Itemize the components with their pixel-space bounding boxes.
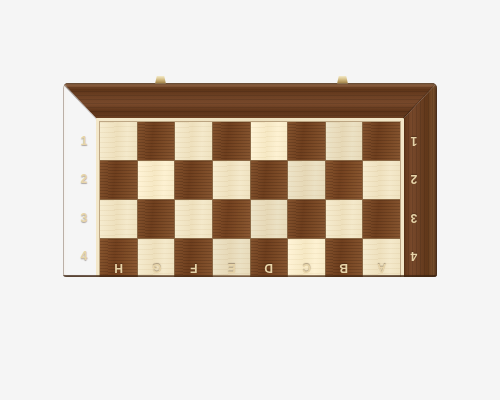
square-d1 <box>251 122 288 160</box>
rank-label-3-right: 3 <box>404 212 424 224</box>
rank-label-2-right: 2 <box>404 173 424 185</box>
square-a1 <box>363 122 400 160</box>
square-g3 <box>138 200 175 238</box>
square-h3 <box>100 200 137 238</box>
square-e1 <box>213 122 250 160</box>
file-label-h: H <box>100 262 138 274</box>
square-b2 <box>326 161 363 199</box>
square-b1 <box>326 122 363 160</box>
square-c1 <box>288 122 325 160</box>
square-h1 <box>100 122 137 160</box>
rank-label-3-left: 3 <box>72 212 96 224</box>
board-body: HGFEDCBA 1234 1234 <box>63 83 437 277</box>
squares-grid <box>100 122 400 277</box>
square-f2 <box>175 161 212 199</box>
file-label-c: C <box>288 262 326 274</box>
rank-label-2-left: 2 <box>72 173 96 185</box>
square-f3 <box>175 200 212 238</box>
rank-labels-right: 1234 <box>404 122 437 275</box>
square-a2 <box>363 161 400 199</box>
chess-board: HGFEDCBA 1234 1234 <box>63 83 437 277</box>
square-d2 <box>251 161 288 199</box>
rank-label-4-left: 4 <box>72 250 96 262</box>
square-c2 <box>288 161 325 199</box>
square-f1 <box>175 122 212 160</box>
product-image-stage: HGFEDCBA 1234 1234 <box>0 0 500 400</box>
rank-label-1-right: 1 <box>404 135 424 147</box>
brass-hinge-right <box>337 76 348 84</box>
square-h2 <box>100 161 137 199</box>
fold-edge <box>63 275 437 277</box>
file-label-d: D <box>250 262 288 274</box>
square-g2 <box>138 161 175 199</box>
file-label-b: B <box>325 262 363 274</box>
square-e3 <box>213 200 250 238</box>
brass-hinge-left <box>155 76 166 84</box>
file-label-e: E <box>213 262 251 274</box>
playing-field <box>96 118 404 277</box>
square-g1 <box>138 122 175 160</box>
file-labels: HGFEDCBA <box>100 262 400 274</box>
rank-label-1-left: 1 <box>72 135 96 147</box>
file-label-g: G <box>138 262 176 274</box>
square-d3 <box>251 200 288 238</box>
frame-top-rail <box>63 83 437 118</box>
rank-label-4-right: 4 <box>404 250 424 262</box>
square-b3 <box>326 200 363 238</box>
square-c3 <box>288 200 325 238</box>
file-label-a: A <box>363 262 401 274</box>
square-a3 <box>363 200 400 238</box>
square-e2 <box>213 161 250 199</box>
file-label-f: F <box>175 262 213 274</box>
rank-labels-left: 1234 <box>63 122 96 275</box>
